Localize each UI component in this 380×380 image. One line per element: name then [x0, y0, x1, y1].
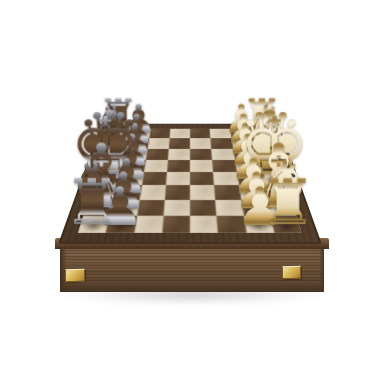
chess-board: ♜♟♟♜♞♟♟♞♝♟♟♝♛♟♟♛♚♟♟♚♝♟♟♝♞♟♟♞♜♟♟♜ — [58, 124, 321, 244]
board-scene: ♜♟♟♜♞♟♟♞♝♟♟♝♛♟♟♛♚♟♟♚♝♟♟♝♞♟♟♞♜♟♟♜ — [0, 0, 380, 380]
piece-bronze-rook: ♜ — [78, 216, 110, 234]
ivory-rook-icon: ♜ — [260, 173, 316, 233]
piece-ivory-rook: ♜ — [270, 216, 302, 234]
board-pieces: ♜♟♟♜♞♟♟♞♝♟♟♝♛♟♟♛♚♟♟♚♝♟♟♝♞♟♟♞♜♟♟♜ — [78, 129, 302, 233]
chess-set-photo: ♜♟♟♜♞♟♟♞♝♟♟♝♛♟♟♛♚♟♟♚♝♟♟♝♞♟♟♞♜♟♟♜ — [0, 0, 380, 380]
bronze-rook-icon: ♜ — [64, 173, 120, 233]
